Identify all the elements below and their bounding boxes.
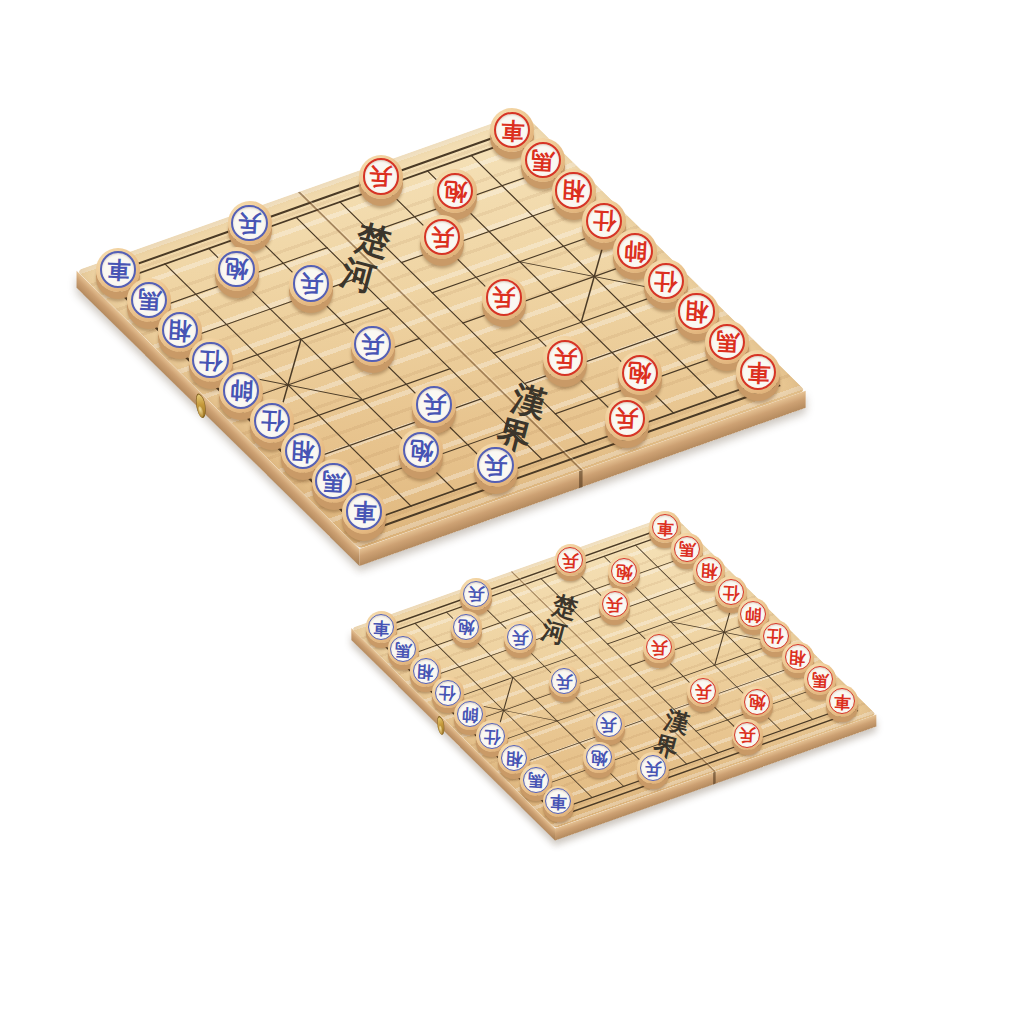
piece-blue-soldier[interactable]: 兵 xyxy=(593,709,625,741)
piece-glyph-advisor: 仕 xyxy=(260,409,284,433)
piece-blue-cannon[interactable]: 炮 xyxy=(583,742,615,774)
piece-face: 車 xyxy=(545,788,571,814)
piece-red-cannon[interactable]: 炮 xyxy=(608,555,640,587)
piece-glyph-elephant: 相 xyxy=(168,318,192,342)
piece-glyph-soldier: 兵 xyxy=(650,639,667,656)
piece-face: 馬 xyxy=(390,636,416,662)
piece-blue-soldier[interactable]: 兵 xyxy=(460,578,492,610)
piece-glyph-chariot: 車 xyxy=(500,118,524,142)
piece-face: 馬 xyxy=(525,142,561,178)
piece-glyph-advisor: 仕 xyxy=(198,348,222,372)
piece-glyph-soldier: 兵 xyxy=(694,682,711,699)
piece-glyph-advisor: 仕 xyxy=(483,727,500,744)
piece-glyph-soldier: 兵 xyxy=(615,406,639,430)
piece-face: 仕 xyxy=(648,263,684,299)
piece-face: 相 xyxy=(501,745,527,771)
piece-face: 炮 xyxy=(586,744,612,770)
piece-face: 兵 xyxy=(596,711,622,737)
piece-glyph-soldier: 兵 xyxy=(492,285,516,309)
piece-face: 相 xyxy=(162,312,198,348)
piece-face: 炮 xyxy=(744,689,770,715)
piece-glyph-elephant: 相 xyxy=(561,178,585,202)
piece-face: 兵 xyxy=(507,624,533,650)
piece-face: 兵 xyxy=(363,158,399,194)
piece-face: 兵 xyxy=(640,755,666,781)
piece-face: 車 xyxy=(652,514,678,540)
fold-seam-cut xyxy=(579,470,583,488)
piece-glyph-cannon: 炮 xyxy=(224,257,248,281)
piece-blue-soldier[interactable]: 兵 xyxy=(549,665,581,697)
piece-face: 馬 xyxy=(523,767,549,793)
piece-glyph-cannon: 炮 xyxy=(458,618,475,635)
piece-glyph-chariot: 車 xyxy=(746,360,770,384)
piece-face: 仕 xyxy=(254,403,290,439)
brass-latch-knob xyxy=(439,725,442,736)
piece-face: 兵 xyxy=(424,219,460,255)
piece-face: 仕 xyxy=(763,623,789,649)
piece-blue-cannon[interactable]: 炮 xyxy=(451,611,483,643)
piece-blue-soldier[interactable]: 兵 xyxy=(637,752,669,784)
piece-glyph-chariot: 車 xyxy=(550,793,567,810)
piece-glyph-general: 帥 xyxy=(623,239,647,263)
piece-face: 馬 xyxy=(131,282,167,318)
piece-glyph-soldier: 兵 xyxy=(600,716,617,733)
piece-red-cannon[interactable]: 炮 xyxy=(618,351,662,395)
piece-glyph-cannon: 炮 xyxy=(615,562,632,579)
piece-glyph-advisor: 仕 xyxy=(592,209,616,233)
piece-face: 兵 xyxy=(231,205,267,241)
piece-glyph-horse: 馬 xyxy=(321,469,345,493)
piece-face: 馬 xyxy=(674,536,700,562)
piece-glyph-soldier: 兵 xyxy=(299,271,323,295)
piece-glyph-cannon: 炮 xyxy=(591,749,608,766)
piece-face: 仕 xyxy=(192,342,228,378)
piece-red-soldier[interactable]: 兵 xyxy=(687,675,719,707)
piece-face: 車 xyxy=(829,688,855,714)
piece-glyph-chariot: 車 xyxy=(352,499,376,523)
piece-glyph-general: 帥 xyxy=(461,706,478,723)
piece-face: 相 xyxy=(413,658,439,684)
piece-blue-soldier[interactable]: 兵 xyxy=(504,621,536,653)
piece-glyph-soldier: 兵 xyxy=(556,672,573,689)
piece-glyph-advisor: 仕 xyxy=(654,269,678,293)
piece-glyph-soldier: 兵 xyxy=(360,332,384,356)
piece-face: 仕 xyxy=(435,680,461,706)
piece-face: 炮 xyxy=(403,432,439,468)
piece-face: 帥 xyxy=(223,372,259,408)
piece-face: 相 xyxy=(285,433,321,469)
piece-glyph-soldier: 兵 xyxy=(430,225,454,249)
piece-face: 兵 xyxy=(354,326,390,362)
piece-face: 兵 xyxy=(486,279,522,315)
piece-glyph-cannon: 炮 xyxy=(748,693,765,710)
brass-latch-knob xyxy=(198,404,203,419)
piece-glyph-advisor: 仕 xyxy=(723,583,740,600)
piece-glyph-horse: 馬 xyxy=(528,771,545,788)
piece-glyph-soldier: 兵 xyxy=(467,585,484,602)
piece-face: 馬 xyxy=(709,324,745,360)
piece-face: 車 xyxy=(346,493,382,529)
piece-red-soldier[interactable]: 兵 xyxy=(555,544,587,576)
piece-face: 帥 xyxy=(457,701,483,727)
piece-glyph-elephant: 相 xyxy=(700,562,717,579)
piece-blue-cannon[interactable]: 炮 xyxy=(399,428,443,472)
piece-red-cannon[interactable]: 炮 xyxy=(741,686,773,718)
piece-face: 炮 xyxy=(622,355,658,391)
piece-glyph-soldier: 兵 xyxy=(739,726,756,743)
piece-face: 兵 xyxy=(463,581,489,607)
piece-face: 相 xyxy=(678,293,714,329)
piece-face: 炮 xyxy=(218,251,254,287)
piece-red-soldier[interactable]: 兵 xyxy=(605,397,649,441)
piece-face: 兵 xyxy=(416,386,452,422)
piece-blue-soldier[interactable]: 兵 xyxy=(289,262,333,306)
piece-face: 兵 xyxy=(551,668,577,694)
piece-red-soldier[interactable]: 兵 xyxy=(543,336,587,380)
product-photo-scene: 楚河漢界車馬相仕帥仕相馬車炮炮兵兵兵兵兵兵兵兵兵兵炮炮車馬相仕帥仕相馬車 楚河漢… xyxy=(0,0,1024,1024)
piece-face: 帥 xyxy=(740,601,766,627)
piece-glyph-elephant: 相 xyxy=(417,662,434,679)
piece-face: 炮 xyxy=(437,173,473,209)
piece-glyph-cannon: 炮 xyxy=(443,179,467,203)
piece-red-chariot[interactable]: 車 xyxy=(736,350,780,394)
piece-face: 仕 xyxy=(586,203,622,239)
piece-glyph-elephant: 相 xyxy=(684,299,708,323)
piece-glyph-chariot: 車 xyxy=(656,518,673,535)
piece-face: 兵 xyxy=(734,722,760,748)
piece-blue-soldier[interactable]: 兵 xyxy=(412,383,456,427)
piece-glyph-horse: 馬 xyxy=(531,148,555,172)
piece-glyph-elephant: 相 xyxy=(505,749,522,766)
piece-face: 兵 xyxy=(609,400,645,436)
piece-glyph-soldier: 兵 xyxy=(562,552,579,569)
piece-glyph-horse: 馬 xyxy=(678,540,695,557)
piece-glyph-soldier: 兵 xyxy=(553,346,577,370)
piece-blue-soldier[interactable]: 兵 xyxy=(474,443,518,487)
piece-face: 相 xyxy=(555,172,591,208)
piece-glyph-soldier: 兵 xyxy=(237,211,261,235)
piece-glyph-cannon: 炮 xyxy=(628,361,652,385)
piece-glyph-advisor: 仕 xyxy=(439,684,456,701)
piece-red-soldier[interactable]: 兵 xyxy=(359,155,403,199)
piece-red-chariot[interactable]: 車 xyxy=(826,685,858,717)
piece-face: 炮 xyxy=(611,558,637,584)
piece-glyph-soldier: 兵 xyxy=(483,453,507,477)
piece-face: 帥 xyxy=(617,233,653,269)
piece-face: 兵 xyxy=(602,591,628,617)
piece-glyph-general: 帥 xyxy=(745,605,762,622)
piece-red-soldier[interactable]: 兵 xyxy=(643,632,675,664)
piece-face: 仕 xyxy=(718,579,744,605)
piece-face: 車 xyxy=(100,251,136,287)
piece-face: 兵 xyxy=(690,678,716,704)
piece-glyph-elephant: 相 xyxy=(789,649,806,666)
piece-glyph-advisor: 仕 xyxy=(767,627,784,644)
piece-glyph-soldier: 兵 xyxy=(511,629,528,646)
piece-glyph-soldier: 兵 xyxy=(369,164,393,188)
piece-red-soldier[interactable]: 兵 xyxy=(482,276,526,320)
piece-glyph-horse: 馬 xyxy=(137,288,161,312)
piece-glyph-soldier: 兵 xyxy=(606,595,623,612)
piece-glyph-chariot: 車 xyxy=(833,692,850,709)
piece-red-soldier[interactable]: 兵 xyxy=(599,588,631,620)
piece-glyph-horse: 馬 xyxy=(715,330,739,354)
piece-face: 兵 xyxy=(293,265,329,301)
piece-glyph-cannon: 炮 xyxy=(409,438,433,462)
fold-seam-cut xyxy=(713,772,716,785)
piece-face: 兵 xyxy=(557,547,583,573)
piece-face: 相 xyxy=(785,644,811,670)
piece-red-soldier[interactable]: 兵 xyxy=(420,215,464,259)
piece-glyph-horse: 馬 xyxy=(395,640,412,657)
piece-face: 相 xyxy=(696,557,722,583)
piece-glyph-elephant: 相 xyxy=(291,439,315,463)
piece-blue-soldier[interactable]: 兵 xyxy=(228,201,272,245)
piece-face: 車 xyxy=(368,614,394,640)
piece-face: 馬 xyxy=(807,666,833,692)
piece-face: 車 xyxy=(740,354,776,390)
piece-face: 兵 xyxy=(477,447,513,483)
piece-glyph-soldier: 兵 xyxy=(644,759,661,776)
piece-face: 馬 xyxy=(315,463,351,499)
piece-face: 兵 xyxy=(646,634,672,660)
piece-face: 車 xyxy=(494,112,530,148)
piece-face: 炮 xyxy=(453,614,479,640)
piece-glyph-soldier: 兵 xyxy=(422,392,446,416)
piece-glyph-chariot: 車 xyxy=(106,257,130,281)
piece-blue-soldier[interactable]: 兵 xyxy=(351,322,395,366)
piece-face: 兵 xyxy=(547,340,583,376)
piece-blue-chariot[interactable]: 車 xyxy=(342,490,386,534)
piece-glyph-horse: 馬 xyxy=(811,671,828,688)
piece-glyph-chariot: 車 xyxy=(373,619,390,636)
piece-face: 仕 xyxy=(479,723,505,749)
piece-glyph-general: 帥 xyxy=(229,378,253,402)
piece-blue-cannon[interactable]: 炮 xyxy=(215,247,259,291)
